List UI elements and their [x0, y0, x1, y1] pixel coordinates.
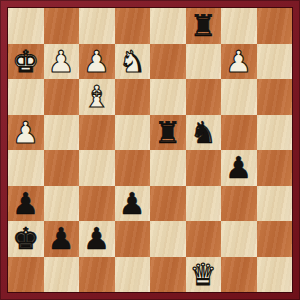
square-a7[interactable]: ♚ [8, 44, 44, 80]
square-c1[interactable] [79, 257, 115, 293]
piece-black-pawn: ♟ [79, 221, 115, 257]
square-e7[interactable] [150, 44, 186, 80]
square-a5[interactable]: ♟ [8, 115, 44, 151]
square-g2[interactable] [221, 221, 257, 257]
square-g7[interactable]: ♟ [221, 44, 257, 80]
square-h7[interactable] [257, 44, 293, 80]
square-e3[interactable] [150, 186, 186, 222]
square-b4[interactable] [44, 150, 80, 186]
square-h4[interactable] [257, 150, 293, 186]
square-h6[interactable] [257, 79, 293, 115]
chess-diagram: ♜♚♟♟♞♟♝♟♜♞♟♟♟♚♟♟♛ [0, 0, 300, 300]
square-f2[interactable] [186, 221, 222, 257]
square-a8[interactable] [8, 8, 44, 44]
square-h3[interactable] [257, 186, 293, 222]
piece-black-pawn: ♟ [8, 186, 44, 222]
square-b8[interactable] [44, 8, 80, 44]
piece-black-rook: ♜ [150, 115, 186, 151]
piece-black-pawn: ♟ [221, 150, 257, 186]
square-a3[interactable]: ♟ [8, 186, 44, 222]
square-e2[interactable] [150, 221, 186, 257]
square-f4[interactable] [186, 150, 222, 186]
square-g4[interactable]: ♟ [221, 150, 257, 186]
square-b6[interactable] [44, 79, 80, 115]
square-g1[interactable] [221, 257, 257, 293]
square-g3[interactable] [221, 186, 257, 222]
piece-white-pawn: ♟ [8, 115, 44, 151]
square-g6[interactable] [221, 79, 257, 115]
chess-board: ♜♚♟♟♞♟♝♟♜♞♟♟♟♚♟♟♛ [8, 8, 292, 292]
square-f8[interactable]: ♜ [186, 8, 222, 44]
piece-white-queen: ♛ [186, 257, 222, 293]
square-e5[interactable]: ♜ [150, 115, 186, 151]
square-b1[interactable] [44, 257, 80, 293]
piece-black-king: ♚ [8, 221, 44, 257]
piece-white-pawn: ♟ [44, 44, 80, 80]
square-b7[interactable]: ♟ [44, 44, 80, 80]
square-e4[interactable] [150, 150, 186, 186]
square-e8[interactable] [150, 8, 186, 44]
square-a2[interactable]: ♚ [8, 221, 44, 257]
piece-white-bishop: ♝ [79, 79, 115, 115]
square-c4[interactable] [79, 150, 115, 186]
square-d8[interactable] [115, 8, 151, 44]
square-g8[interactable] [221, 8, 257, 44]
square-e1[interactable] [150, 257, 186, 293]
square-f3[interactable] [186, 186, 222, 222]
square-a4[interactable] [8, 150, 44, 186]
piece-black-pawn: ♟ [44, 221, 80, 257]
square-h2[interactable] [257, 221, 293, 257]
piece-white-pawn: ♟ [79, 44, 115, 80]
board-frame: ♜♚♟♟♞♟♝♟♜♞♟♟♟♚♟♟♛ [0, 0, 300, 300]
square-h5[interactable] [257, 115, 293, 151]
piece-black-pawn: ♟ [115, 186, 151, 222]
square-f5[interactable]: ♞ [186, 115, 222, 151]
square-a6[interactable] [8, 79, 44, 115]
square-d7[interactable]: ♞ [115, 44, 151, 80]
square-f6[interactable] [186, 79, 222, 115]
square-c3[interactable] [79, 186, 115, 222]
square-e6[interactable] [150, 79, 186, 115]
square-c8[interactable] [79, 8, 115, 44]
square-c7[interactable]: ♟ [79, 44, 115, 80]
square-d4[interactable] [115, 150, 151, 186]
square-f1[interactable]: ♛ [186, 257, 222, 293]
piece-black-rook: ♜ [186, 8, 222, 44]
square-b2[interactable]: ♟ [44, 221, 80, 257]
square-d3[interactable]: ♟ [115, 186, 151, 222]
square-b3[interactable] [44, 186, 80, 222]
piece-white-king: ♚ [8, 44, 44, 80]
square-d6[interactable] [115, 79, 151, 115]
piece-white-pawn: ♟ [221, 44, 257, 80]
square-d1[interactable] [115, 257, 151, 293]
square-f7[interactable] [186, 44, 222, 80]
square-d5[interactable] [115, 115, 151, 151]
square-d2[interactable] [115, 221, 151, 257]
square-c6[interactable]: ♝ [79, 79, 115, 115]
piece-white-knight: ♞ [115, 44, 151, 80]
square-h8[interactable] [257, 8, 293, 44]
piece-black-knight: ♞ [186, 115, 222, 151]
square-b5[interactable] [44, 115, 80, 151]
square-a1[interactable] [8, 257, 44, 293]
square-g5[interactable] [221, 115, 257, 151]
square-h1[interactable] [257, 257, 293, 293]
square-c2[interactable]: ♟ [79, 221, 115, 257]
square-c5[interactable] [79, 115, 115, 151]
